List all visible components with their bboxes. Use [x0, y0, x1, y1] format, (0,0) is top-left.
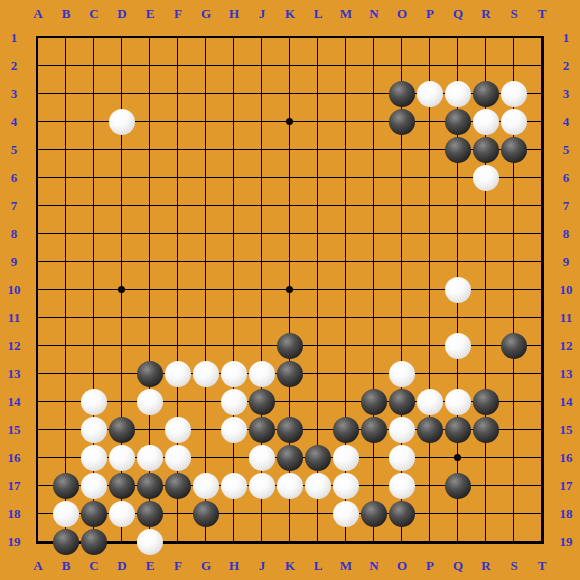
point-L17[interactable] — [304, 472, 332, 500]
point-J15[interactable] — [248, 416, 276, 444]
point-O2[interactable] — [388, 52, 416, 80]
point-R6[interactable] — [472, 164, 500, 192]
point-O8[interactable] — [388, 220, 416, 248]
point-K15[interactable] — [276, 416, 304, 444]
white-stone-Q12[interactable] — [445, 333, 471, 359]
black-stone-N15[interactable] — [361, 417, 387, 443]
white-stone-G17[interactable] — [193, 473, 219, 499]
white-stone-Q14[interactable] — [445, 389, 471, 415]
point-J2[interactable] — [248, 52, 276, 80]
point-F12[interactable] — [164, 332, 192, 360]
point-N6[interactable] — [360, 164, 388, 192]
point-L18[interactable] — [304, 500, 332, 528]
black-stone-P15[interactable] — [417, 417, 443, 443]
point-F19[interactable] — [164, 528, 192, 556]
point-F4[interactable] — [164, 108, 192, 136]
point-Q19[interactable] — [444, 528, 472, 556]
point-H7[interactable] — [220, 192, 248, 220]
point-K4[interactable] — [276, 108, 304, 136]
point-D3[interactable] — [108, 80, 136, 108]
point-T19[interactable] — [528, 528, 556, 556]
point-H2[interactable] — [220, 52, 248, 80]
point-M9[interactable] — [332, 248, 360, 276]
point-D5[interactable] — [108, 136, 136, 164]
point-T11[interactable] — [528, 304, 556, 332]
point-T14[interactable] — [528, 388, 556, 416]
point-D2[interactable] — [108, 52, 136, 80]
black-stone-G18[interactable] — [193, 501, 219, 527]
point-R19[interactable] — [472, 528, 500, 556]
point-C18[interactable] — [80, 500, 108, 528]
black-stone-R15[interactable] — [473, 417, 499, 443]
point-J9[interactable] — [248, 248, 276, 276]
point-Q11[interactable] — [444, 304, 472, 332]
point-G18[interactable] — [192, 500, 220, 528]
point-S16[interactable] — [500, 444, 528, 472]
point-C13[interactable] — [80, 360, 108, 388]
point-R13[interactable] — [472, 360, 500, 388]
point-S19[interactable] — [500, 528, 528, 556]
black-stone-Q4[interactable] — [445, 109, 471, 135]
black-stone-C18[interactable] — [81, 501, 107, 527]
black-stone-J14[interactable] — [249, 389, 275, 415]
point-M3[interactable] — [332, 80, 360, 108]
point-Q17[interactable] — [444, 472, 472, 500]
point-T12[interactable] — [528, 332, 556, 360]
white-stone-O13[interactable] — [389, 361, 415, 387]
black-stone-F17[interactable] — [165, 473, 191, 499]
point-N4[interactable] — [360, 108, 388, 136]
point-Q14[interactable] — [444, 388, 472, 416]
point-F3[interactable] — [164, 80, 192, 108]
point-O7[interactable] — [388, 192, 416, 220]
point-T17[interactable] — [528, 472, 556, 500]
white-stone-M16[interactable] — [333, 445, 359, 471]
point-S17[interactable] — [500, 472, 528, 500]
black-stone-D17[interactable] — [109, 473, 135, 499]
point-M18[interactable] — [332, 500, 360, 528]
point-B12[interactable] — [52, 332, 80, 360]
point-K8[interactable] — [276, 220, 304, 248]
point-C12[interactable] — [80, 332, 108, 360]
black-stone-Q15[interactable] — [445, 417, 471, 443]
point-C9[interactable] — [80, 248, 108, 276]
point-T10[interactable] — [528, 276, 556, 304]
point-C7[interactable] — [80, 192, 108, 220]
point-S13[interactable] — [500, 360, 528, 388]
point-J17[interactable] — [248, 472, 276, 500]
point-B16[interactable] — [52, 444, 80, 472]
point-G8[interactable] — [192, 220, 220, 248]
point-K12[interactable] — [276, 332, 304, 360]
point-D14[interactable] — [108, 388, 136, 416]
point-M11[interactable] — [332, 304, 360, 332]
point-M2[interactable] — [332, 52, 360, 80]
point-S2[interactable] — [500, 52, 528, 80]
point-J19[interactable] — [248, 528, 276, 556]
point-B13[interactable] — [52, 360, 80, 388]
point-D10[interactable] — [108, 276, 136, 304]
point-Q10[interactable] — [444, 276, 472, 304]
point-Q6[interactable] — [444, 164, 472, 192]
point-R3[interactable] — [472, 80, 500, 108]
point-O11[interactable] — [388, 304, 416, 332]
point-T9[interactable] — [528, 248, 556, 276]
black-stone-L16[interactable] — [305, 445, 331, 471]
point-D12[interactable] — [108, 332, 136, 360]
point-H3[interactable] — [220, 80, 248, 108]
black-stone-J15[interactable] — [249, 417, 275, 443]
point-H1[interactable] — [220, 24, 248, 52]
point-B14[interactable] — [52, 388, 80, 416]
point-E9[interactable] — [136, 248, 164, 276]
point-J4[interactable] — [248, 108, 276, 136]
point-O9[interactable] — [388, 248, 416, 276]
point-Q16[interactable] — [444, 444, 472, 472]
white-stone-E19[interactable] — [137, 529, 163, 555]
point-L2[interactable] — [304, 52, 332, 80]
point-P11[interactable] — [416, 304, 444, 332]
point-G10[interactable] — [192, 276, 220, 304]
point-E14[interactable] — [136, 388, 164, 416]
point-B19[interactable] — [52, 528, 80, 556]
point-A13[interactable] — [24, 360, 52, 388]
point-N15[interactable] — [360, 416, 388, 444]
point-R12[interactable] — [472, 332, 500, 360]
black-stone-S12[interactable] — [501, 333, 527, 359]
point-C14[interactable] — [80, 388, 108, 416]
point-D15[interactable] — [108, 416, 136, 444]
point-N13[interactable] — [360, 360, 388, 388]
black-stone-B19[interactable] — [53, 529, 79, 555]
point-D11[interactable] — [108, 304, 136, 332]
point-Q4[interactable] — [444, 108, 472, 136]
point-J13[interactable] — [248, 360, 276, 388]
point-N10[interactable] — [360, 276, 388, 304]
point-D17[interactable] — [108, 472, 136, 500]
point-H18[interactable] — [220, 500, 248, 528]
point-C4[interactable] — [80, 108, 108, 136]
point-A16[interactable] — [24, 444, 52, 472]
white-stone-D4[interactable] — [109, 109, 135, 135]
point-L4[interactable] — [304, 108, 332, 136]
point-J16[interactable] — [248, 444, 276, 472]
white-stone-Q10[interactable] — [445, 277, 471, 303]
point-A4[interactable] — [24, 108, 52, 136]
white-stone-D18[interactable] — [109, 501, 135, 527]
point-H12[interactable] — [220, 332, 248, 360]
point-T7[interactable] — [528, 192, 556, 220]
point-R8[interactable] — [472, 220, 500, 248]
point-H9[interactable] — [220, 248, 248, 276]
point-S15[interactable] — [500, 416, 528, 444]
point-O4[interactable] — [388, 108, 416, 136]
point-O12[interactable] — [388, 332, 416, 360]
point-F17[interactable] — [164, 472, 192, 500]
black-stone-M15[interactable] — [333, 417, 359, 443]
white-stone-J17[interactable] — [249, 473, 275, 499]
point-F1[interactable] — [164, 24, 192, 52]
point-O16[interactable] — [388, 444, 416, 472]
point-B1[interactable] — [52, 24, 80, 52]
black-stone-E13[interactable] — [137, 361, 163, 387]
point-G1[interactable] — [192, 24, 220, 52]
point-C15[interactable] — [80, 416, 108, 444]
point-K13[interactable] — [276, 360, 304, 388]
point-E2[interactable] — [136, 52, 164, 80]
point-O15[interactable] — [388, 416, 416, 444]
point-T15[interactable] — [528, 416, 556, 444]
point-P2[interactable] — [416, 52, 444, 80]
point-F16[interactable] — [164, 444, 192, 472]
white-stone-O16[interactable] — [389, 445, 415, 471]
point-O18[interactable] — [388, 500, 416, 528]
point-P16[interactable] — [416, 444, 444, 472]
point-S7[interactable] — [500, 192, 528, 220]
point-L15[interactable] — [304, 416, 332, 444]
white-stone-J13[interactable] — [249, 361, 275, 387]
point-E7[interactable] — [136, 192, 164, 220]
point-T5[interactable] — [528, 136, 556, 164]
point-Q2[interactable] — [444, 52, 472, 80]
point-N7[interactable] — [360, 192, 388, 220]
point-A14[interactable] — [24, 388, 52, 416]
point-J1[interactable] — [248, 24, 276, 52]
black-stone-O3[interactable] — [389, 81, 415, 107]
white-stone-C14[interactable] — [81, 389, 107, 415]
point-H5[interactable] — [220, 136, 248, 164]
point-P19[interactable] — [416, 528, 444, 556]
point-P14[interactable] — [416, 388, 444, 416]
point-M1[interactable] — [332, 24, 360, 52]
point-Q9[interactable] — [444, 248, 472, 276]
point-M10[interactable] — [332, 276, 360, 304]
point-B2[interactable] — [52, 52, 80, 80]
point-K1[interactable] — [276, 24, 304, 52]
white-stone-O15[interactable] — [389, 417, 415, 443]
point-S6[interactable] — [500, 164, 528, 192]
point-J3[interactable] — [248, 80, 276, 108]
point-N17[interactable] — [360, 472, 388, 500]
black-stone-R3[interactable] — [473, 81, 499, 107]
point-G11[interactable] — [192, 304, 220, 332]
point-E6[interactable] — [136, 164, 164, 192]
point-E11[interactable] — [136, 304, 164, 332]
point-A9[interactable] — [24, 248, 52, 276]
point-H16[interactable] — [220, 444, 248, 472]
point-E17[interactable] — [136, 472, 164, 500]
point-B15[interactable] — [52, 416, 80, 444]
point-S14[interactable] — [500, 388, 528, 416]
point-C16[interactable] — [80, 444, 108, 472]
point-L6[interactable] — [304, 164, 332, 192]
point-S11[interactable] — [500, 304, 528, 332]
point-O6[interactable] — [388, 164, 416, 192]
point-M19[interactable] — [332, 528, 360, 556]
white-stone-R6[interactable] — [473, 165, 499, 191]
point-E5[interactable] — [136, 136, 164, 164]
point-E16[interactable] — [136, 444, 164, 472]
point-F9[interactable] — [164, 248, 192, 276]
white-stone-E16[interactable] — [137, 445, 163, 471]
point-F6[interactable] — [164, 164, 192, 192]
point-K7[interactable] — [276, 192, 304, 220]
point-L19[interactable] — [304, 528, 332, 556]
point-F11[interactable] — [164, 304, 192, 332]
point-G6[interactable] — [192, 164, 220, 192]
point-M6[interactable] — [332, 164, 360, 192]
point-H8[interactable] — [220, 220, 248, 248]
point-H19[interactable] — [220, 528, 248, 556]
point-A2[interactable] — [24, 52, 52, 80]
point-P6[interactable] — [416, 164, 444, 192]
point-C8[interactable] — [80, 220, 108, 248]
point-H4[interactable] — [220, 108, 248, 136]
point-M16[interactable] — [332, 444, 360, 472]
white-stone-P3[interactable] — [417, 81, 443, 107]
white-stone-H17[interactable] — [221, 473, 247, 499]
point-S4[interactable] — [500, 108, 528, 136]
point-L9[interactable] — [304, 248, 332, 276]
point-G17[interactable] — [192, 472, 220, 500]
point-R11[interactable] — [472, 304, 500, 332]
point-S1[interactable] — [500, 24, 528, 52]
point-D1[interactable] — [108, 24, 136, 52]
point-N2[interactable] — [360, 52, 388, 80]
point-G14[interactable] — [192, 388, 220, 416]
white-stone-S3[interactable] — [501, 81, 527, 107]
white-stone-P14[interactable] — [417, 389, 443, 415]
point-P3[interactable] — [416, 80, 444, 108]
point-C10[interactable] — [80, 276, 108, 304]
point-E19[interactable] — [136, 528, 164, 556]
point-Q18[interactable] — [444, 500, 472, 528]
black-stone-D15[interactable] — [109, 417, 135, 443]
point-E15[interactable] — [136, 416, 164, 444]
point-Q7[interactable] — [444, 192, 472, 220]
point-F18[interactable] — [164, 500, 192, 528]
point-D6[interactable] — [108, 164, 136, 192]
point-D13[interactable] — [108, 360, 136, 388]
point-M12[interactable] — [332, 332, 360, 360]
white-stone-G13[interactable] — [193, 361, 219, 387]
point-Q8[interactable] — [444, 220, 472, 248]
point-D18[interactable] — [108, 500, 136, 528]
point-J10[interactable] — [248, 276, 276, 304]
point-P10[interactable] — [416, 276, 444, 304]
point-G4[interactable] — [192, 108, 220, 136]
point-E8[interactable] — [136, 220, 164, 248]
point-R15[interactable] — [472, 416, 500, 444]
point-P8[interactable] — [416, 220, 444, 248]
black-stone-E17[interactable] — [137, 473, 163, 499]
black-stone-R14[interactable] — [473, 389, 499, 415]
point-A8[interactable] — [24, 220, 52, 248]
black-stone-Q17[interactable] — [445, 473, 471, 499]
point-K11[interactable] — [276, 304, 304, 332]
point-K17[interactable] — [276, 472, 304, 500]
point-Q1[interactable] — [444, 24, 472, 52]
point-P13[interactable] — [416, 360, 444, 388]
point-L8[interactable] — [304, 220, 332, 248]
point-C17[interactable] — [80, 472, 108, 500]
black-stone-N18[interactable] — [361, 501, 387, 527]
point-D4[interactable] — [108, 108, 136, 136]
point-N5[interactable] — [360, 136, 388, 164]
point-C3[interactable] — [80, 80, 108, 108]
point-M13[interactable] — [332, 360, 360, 388]
point-R2[interactable] — [472, 52, 500, 80]
point-G9[interactable] — [192, 248, 220, 276]
point-F14[interactable] — [164, 388, 192, 416]
point-P12[interactable] — [416, 332, 444, 360]
point-C11[interactable] — [80, 304, 108, 332]
white-stone-R4[interactable] — [473, 109, 499, 135]
point-A15[interactable] — [24, 416, 52, 444]
point-L5[interactable] — [304, 136, 332, 164]
point-M7[interactable] — [332, 192, 360, 220]
point-Q15[interactable] — [444, 416, 472, 444]
point-H13[interactable] — [220, 360, 248, 388]
point-G3[interactable] — [192, 80, 220, 108]
point-P4[interactable] — [416, 108, 444, 136]
point-T18[interactable] — [528, 500, 556, 528]
point-G7[interactable] — [192, 192, 220, 220]
point-N19[interactable] — [360, 528, 388, 556]
point-J8[interactable] — [248, 220, 276, 248]
point-D8[interactable] — [108, 220, 136, 248]
point-A1[interactable] — [24, 24, 52, 52]
point-S18[interactable] — [500, 500, 528, 528]
point-F2[interactable] — [164, 52, 192, 80]
point-L7[interactable] — [304, 192, 332, 220]
point-L1[interactable] — [304, 24, 332, 52]
black-stone-R5[interactable] — [473, 137, 499, 163]
point-S9[interactable] — [500, 248, 528, 276]
point-P9[interactable] — [416, 248, 444, 276]
point-Q5[interactable] — [444, 136, 472, 164]
point-R1[interactable] — [472, 24, 500, 52]
point-L3[interactable] — [304, 80, 332, 108]
point-K18[interactable] — [276, 500, 304, 528]
black-stone-K13[interactable] — [277, 361, 303, 387]
point-K6[interactable] — [276, 164, 304, 192]
black-stone-K12[interactable] — [277, 333, 303, 359]
point-G15[interactable] — [192, 416, 220, 444]
point-M5[interactable] — [332, 136, 360, 164]
point-B3[interactable] — [52, 80, 80, 108]
white-stone-D16[interactable] — [109, 445, 135, 471]
point-G16[interactable] — [192, 444, 220, 472]
point-A11[interactable] — [24, 304, 52, 332]
point-E13[interactable] — [136, 360, 164, 388]
point-H11[interactable] — [220, 304, 248, 332]
point-M17[interactable] — [332, 472, 360, 500]
point-R9[interactable] — [472, 248, 500, 276]
point-L10[interactable] — [304, 276, 332, 304]
point-K19[interactable] — [276, 528, 304, 556]
point-R10[interactable] — [472, 276, 500, 304]
point-N3[interactable] — [360, 80, 388, 108]
black-stone-O4[interactable] — [389, 109, 415, 135]
black-stone-Q5[interactable] — [445, 137, 471, 163]
point-F7[interactable] — [164, 192, 192, 220]
point-Q13[interactable] — [444, 360, 472, 388]
point-J11[interactable] — [248, 304, 276, 332]
black-stone-N14[interactable] — [361, 389, 387, 415]
point-J12[interactable] — [248, 332, 276, 360]
point-A18[interactable] — [24, 500, 52, 528]
